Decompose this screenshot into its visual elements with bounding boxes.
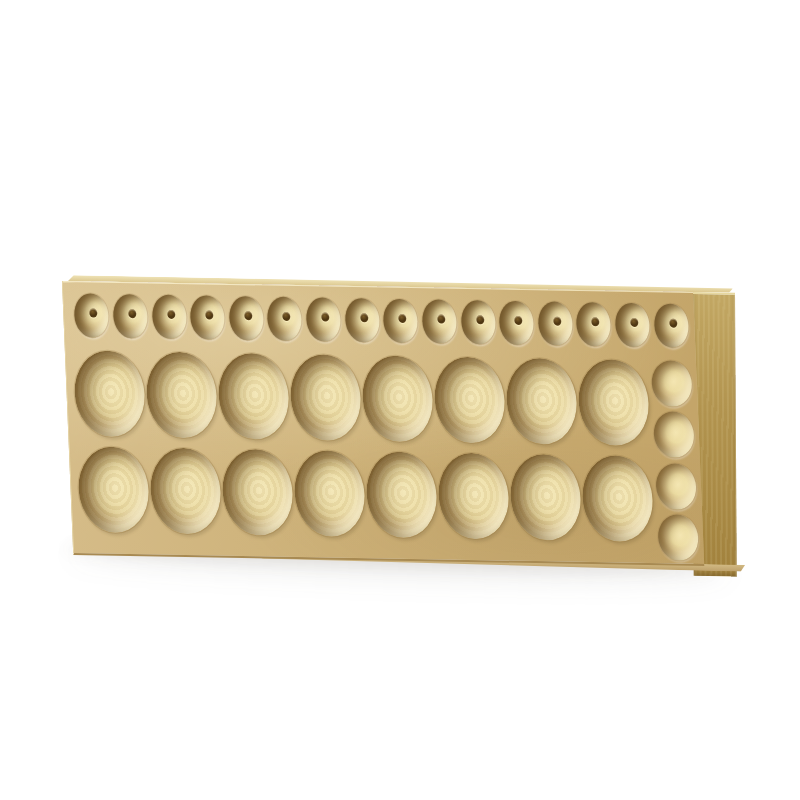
brass-pit-board — [62, 281, 745, 565]
pit-bottom_row-1[interactable] — [77, 446, 151, 533]
pit-bottom_row-8[interactable] — [581, 455, 655, 542]
pit-right_column-3[interactable] — [655, 463, 697, 510]
pit-row-middle — [72, 347, 652, 449]
pit-top_row-7[interactable] — [306, 297, 342, 342]
pit-right_column-2[interactable] — [653, 412, 695, 459]
pit-top_row-6[interactable] — [267, 297, 303, 342]
pit-middle_row-7[interactable] — [505, 358, 579, 445]
pit-middle_row-4[interactable] — [289, 354, 363, 441]
pit-top_row-9[interactable] — [383, 299, 419, 344]
pit-top_row-3[interactable] — [151, 295, 187, 340]
pit-bottom_row-2[interactable] — [149, 447, 223, 534]
pit-top_row-16[interactable] — [653, 303, 689, 348]
pit-middle_row-1[interactable] — [73, 350, 147, 437]
pit-top_row-11[interactable] — [460, 300, 496, 345]
pit-bottom_row-7[interactable] — [509, 454, 583, 541]
pit-bottom_row-5[interactable] — [365, 451, 439, 538]
pit-top_row-1[interactable] — [74, 293, 110, 338]
pit-right_column-4[interactable] — [657, 515, 699, 562]
pit-top_row-12[interactable] — [499, 301, 535, 346]
pit-row-bottom — [76, 443, 656, 545]
pit-bottom_row-4[interactable] — [293, 450, 367, 537]
pit-row-top — [71, 293, 691, 348]
pit-top_row-5[interactable] — [228, 296, 264, 341]
product-photo-scene — [0, 0, 800, 800]
pit-right_column-1[interactable] — [651, 360, 693, 407]
pit-top_row-10[interactable] — [421, 299, 457, 344]
pit-middle_row-2[interactable] — [145, 351, 219, 438]
pit-middle_row-6[interactable] — [433, 356, 507, 443]
pit-column-right — [651, 357, 699, 564]
pit-top_row-15[interactable] — [615, 303, 651, 348]
pit-top_row-2[interactable] — [112, 294, 148, 339]
pit-top_row-8[interactable] — [344, 298, 380, 343]
pit-middle_row-5[interactable] — [361, 355, 435, 442]
pit-top_row-13[interactable] — [537, 301, 573, 346]
pit-top_row-4[interactable] — [190, 295, 226, 340]
pit-middle_row-3[interactable] — [217, 353, 291, 440]
pit-bottom_row-3[interactable] — [221, 449, 295, 536]
pit-middle_row-8[interactable] — [577, 359, 651, 446]
pit-top_row-14[interactable] — [576, 302, 612, 347]
pit-bottom_row-6[interactable] — [437, 452, 511, 539]
board-front-face — [62, 281, 704, 566]
